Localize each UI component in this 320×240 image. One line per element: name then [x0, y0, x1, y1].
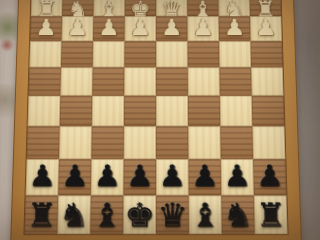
square-c4[interactable] [188, 67, 220, 95]
square-h3[interactable] [29, 41, 61, 67]
square-d5[interactable] [156, 96, 188, 127]
square-e4[interactable] [124, 67, 156, 95]
black-pawn: ♟ [159, 161, 186, 191]
white-pawn: ♟ [35, 16, 57, 38]
square-e2[interactable]: ♟ [125, 16, 156, 41]
square-e3[interactable] [124, 41, 156, 67]
square-g3[interactable] [61, 41, 93, 67]
square-c8[interactable]: ♝ [189, 195, 222, 234]
square-g2[interactable]: ♟ [62, 16, 94, 41]
photo-frame: ♜♞♝♚♛♝♞♜♟♟♟♟♟♟♟♟♟♟♟♟♟♟♟♟♜♞♝♚♛♝♞♜ [0, 0, 320, 240]
square-g8[interactable]: ♞ [57, 195, 90, 234]
square-h7[interactable]: ♟ [26, 159, 59, 195]
square-d8[interactable]: ♛ [156, 195, 189, 234]
square-h4[interactable] [28, 67, 61, 95]
white-pawn: ♟ [255, 16, 277, 38]
square-h6[interactable] [27, 126, 60, 159]
square-f2[interactable]: ♟ [93, 16, 125, 41]
square-g1[interactable]: ♞ [62, 0, 94, 16]
square-f4[interactable] [92, 67, 124, 95]
square-e5[interactable] [124, 96, 156, 127]
square-b7[interactable]: ♟ [221, 159, 254, 195]
square-f7[interactable]: ♟ [91, 159, 124, 195]
square-d6[interactable] [156, 126, 188, 159]
square-f8[interactable]: ♝ [90, 195, 123, 234]
square-a7[interactable]: ♟ [253, 159, 286, 195]
square-f1[interactable]: ♝ [93, 0, 124, 16]
square-a3[interactable] [250, 41, 282, 67]
square-c5[interactable] [188, 96, 220, 127]
square-g4[interactable] [60, 67, 92, 95]
square-h2[interactable]: ♟ [30, 16, 62, 41]
square-e1[interactable]: ♚ [125, 0, 156, 16]
square-d7[interactable]: ♟ [156, 159, 189, 195]
board-frame: ♜♞♝♚♛♝♞♜♟♟♟♟♟♟♟♟♟♟♟♟♟♟♟♟♜♞♝♚♛♝♞♜ [10, 0, 302, 240]
square-a6[interactable] [252, 126, 285, 159]
square-g6[interactable] [59, 126, 92, 159]
black-knight: ♞ [223, 198, 254, 231]
black-pawn: ♟ [126, 161, 153, 191]
black-pawn: ♟ [191, 161, 219, 191]
square-e8[interactable]: ♚ [123, 195, 156, 234]
square-b5[interactable] [220, 96, 253, 127]
square-c7[interactable]: ♟ [188, 159, 221, 195]
square-f5[interactable] [92, 96, 124, 127]
square-a4[interactable] [251, 67, 284, 95]
black-queen: ♛ [157, 198, 187, 231]
square-f6[interactable] [91, 126, 124, 159]
square-a1[interactable]: ♜ [249, 0, 281, 16]
square-g7[interactable]: ♟ [58, 159, 91, 195]
square-a5[interactable] [252, 96, 285, 127]
square-b3[interactable] [219, 41, 251, 67]
black-pawn: ♟ [93, 161, 121, 191]
carpet-floral-accent [0, 38, 14, 52]
square-c6[interactable] [188, 126, 221, 159]
black-pawn: ♟ [61, 161, 89, 191]
square-e6[interactable] [124, 126, 156, 159]
square-b4[interactable] [219, 67, 251, 95]
white-pawn: ♟ [98, 16, 120, 38]
square-f3[interactable] [93, 41, 125, 67]
square-a8[interactable]: ♜ [254, 195, 288, 234]
square-c1[interactable]: ♝ [187, 0, 218, 16]
chess-board: ♜♞♝♚♛♝♞♜♟♟♟♟♟♟♟♟♟♟♟♟♟♟♟♟♜♞♝♚♛♝♞♜ [24, 0, 287, 234]
black-knight: ♞ [59, 198, 90, 231]
square-h8[interactable]: ♜ [24, 195, 58, 234]
black-rook: ♜ [255, 198, 286, 231]
square-h1[interactable]: ♜ [31, 0, 63, 16]
square-d4[interactable] [156, 67, 188, 95]
black-bishop: ♝ [190, 198, 221, 231]
white-pawn: ♟ [192, 16, 214, 38]
square-b1[interactable]: ♞ [218, 0, 250, 16]
white-pawn: ♟ [67, 16, 89, 38]
square-g5[interactable] [60, 96, 93, 127]
square-b8[interactable]: ♞ [221, 195, 254, 234]
black-king: ♚ [124, 198, 154, 231]
square-h5[interactable] [28, 96, 61, 127]
square-a2[interactable]: ♟ [250, 16, 282, 41]
square-d2[interactable]: ♟ [156, 16, 187, 41]
white-pawn: ♟ [161, 16, 182, 38]
square-c3[interactable] [187, 41, 219, 67]
black-rook: ♜ [26, 198, 57, 231]
square-d3[interactable] [156, 41, 188, 67]
black-bishop: ♝ [91, 198, 122, 231]
square-d1[interactable]: ♛ [156, 0, 187, 16]
black-pawn: ♟ [28, 161, 56, 191]
square-c2[interactable]: ♟ [187, 16, 219, 41]
black-pawn: ♟ [256, 161, 284, 191]
black-pawn: ♟ [223, 161, 251, 191]
square-e7[interactable]: ♟ [123, 159, 156, 195]
white-pawn: ♟ [224, 16, 246, 38]
square-b6[interactable] [220, 126, 253, 159]
square-b2[interactable]: ♟ [219, 16, 251, 41]
white-pawn: ♟ [130, 16, 151, 38]
